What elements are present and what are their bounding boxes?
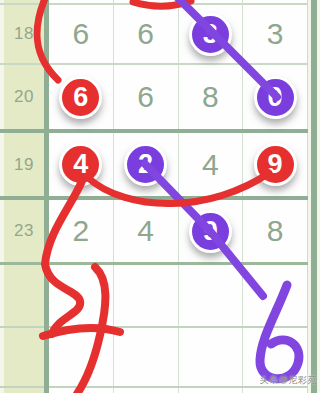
grid-cell: [114, 328, 179, 386]
watermark: 头条@尼彩苑: [260, 374, 317, 387]
digit-circled-purple: 0: [254, 76, 297, 119]
digit-circled-purple: 9: [189, 210, 232, 253]
digit: 4: [125, 210, 167, 252]
grid-cell: 2: [114, 133, 179, 196]
trend-chart: 18 6 6 3 3 20 6 6 8 0 19 4 2 4 9: [0, 0, 320, 393]
grid-cell: 3: [179, 5, 244, 63]
grid-cell: 6: [114, 5, 179, 63]
grid-cell: 8: [179, 65, 244, 129]
grid-cell: 6: [49, 5, 114, 63]
digit-circled-red: 4: [59, 143, 102, 186]
grid-cell: 8: [243, 200, 308, 262]
grid-cell: [179, 265, 244, 326]
row-label: 23: [4, 200, 44, 262]
grid-cell: 9: [179, 200, 244, 262]
digit-circled-purple: 2: [124, 143, 167, 186]
grid-cell: 9: [243, 133, 308, 196]
grid-cell: 4: [114, 200, 179, 262]
grid-cell: [114, 265, 179, 326]
digit-circled-red: 9: [254, 143, 297, 186]
grid-cell: [49, 328, 114, 386]
digit-circled-purple: 3: [189, 13, 232, 56]
digit: 6: [125, 76, 167, 118]
grid-cell: 6: [49, 65, 114, 129]
row-label: [4, 0, 44, 3]
digit-circled-red: 6: [59, 76, 102, 119]
grid-cell: [179, 328, 244, 386]
grid-cell: 2: [49, 200, 114, 262]
grid-cell: 4: [179, 133, 244, 196]
right-frame-border: [311, 0, 317, 393]
digit: 3: [254, 13, 296, 55]
row-label: 18: [4, 5, 44, 63]
row-label: 19: [4, 133, 44, 196]
label-column-border: [44, 0, 49, 393]
digit: 8: [189, 76, 231, 118]
grid-cell: [49, 265, 114, 326]
digit: 2: [60, 210, 102, 252]
grid-cell: 3: [243, 5, 308, 63]
digit: 6: [60, 13, 102, 55]
row-label: [4, 328, 44, 386]
row-label: [4, 265, 44, 326]
row-label: 20: [4, 65, 44, 129]
grid-cell: 0: [243, 65, 308, 129]
digit: 4: [189, 144, 231, 186]
grid-cell: 6: [114, 65, 179, 129]
digit: 6: [125, 13, 167, 55]
digit: 8: [254, 210, 296, 252]
grid-cell: 4: [49, 133, 114, 196]
grid-cell: [243, 265, 308, 326]
